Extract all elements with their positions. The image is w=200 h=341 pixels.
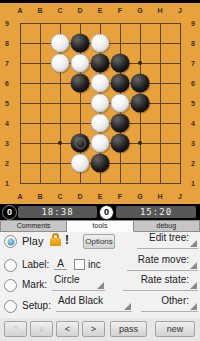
tree-up-button[interactable]: ^ xyxy=(4,321,27,337)
edit-tree-label: Edit tree: xyxy=(149,232,189,243)
board-coordinate-label: F xyxy=(118,7,122,14)
label-text-field[interactable]: A xyxy=(54,258,67,270)
white-stone-E6 xyxy=(91,74,110,93)
board-coordinate-label: 8 xyxy=(191,40,195,47)
board-coordinate-label: F xyxy=(118,193,122,200)
board-coordinate-label: G xyxy=(137,7,142,14)
lock-body xyxy=(50,238,61,246)
board-coordinate-label: 2 xyxy=(5,160,9,167)
rate-state-label: Rate state: xyxy=(141,274,189,285)
board-coordinate-label: H xyxy=(157,193,162,200)
black-stone-D6 xyxy=(71,74,90,93)
black-stone-E2 xyxy=(91,154,110,173)
board-coordinate-label: D xyxy=(77,193,82,200)
white-stone-C8 xyxy=(51,34,70,53)
label-radio[interactable] xyxy=(4,259,17,272)
navigation-button-bar: ^ v < > pass new xyxy=(0,318,200,341)
board-coordinate-label: 4 xyxy=(191,120,195,127)
play-label: Play xyxy=(22,235,43,247)
board-coordinate-label: B xyxy=(37,7,42,14)
black-captures-badge: 0 xyxy=(2,205,17,220)
go-board[interactable]: AABBCCDDEEFFGGHHJJ998877665544332211 xyxy=(0,3,200,204)
black-stone-G6 xyxy=(131,74,150,93)
spinner-triangle-icon xyxy=(190,262,197,269)
board-coordinate-label: 6 xyxy=(191,80,195,87)
spinner-triangle-icon xyxy=(190,303,197,310)
board-coordinate-label: E xyxy=(98,193,103,200)
last-move-marker xyxy=(75,138,86,149)
hoshi-point xyxy=(58,141,62,145)
board-coordinate-label: A xyxy=(17,193,22,200)
other-label: Other: xyxy=(161,295,189,306)
prev-move-button[interactable]: < xyxy=(56,321,79,337)
rate-move-label: Rate move: xyxy=(138,254,189,265)
tab-tools[interactable]: tools xyxy=(67,220,133,232)
board-coordinate-label: E xyxy=(98,7,103,14)
board-coordinate-label: 9 xyxy=(5,20,9,27)
hoshi-point xyxy=(138,61,142,65)
edit-tree-spinner[interactable]: Edit tree: xyxy=(137,232,198,249)
grid-line xyxy=(180,23,181,184)
board-coordinate-label: G xyxy=(137,193,142,200)
rate-state-spinner[interactable]: Rate state: xyxy=(123,274,198,291)
board-coordinate-label: C xyxy=(57,7,62,14)
board-coordinate-label: 1 xyxy=(5,180,9,187)
white-clock: 15:20 xyxy=(116,206,196,218)
other-spinner[interactable]: Other: xyxy=(141,295,198,312)
board-coordinate-label: J xyxy=(178,193,182,200)
mark-value-spinner[interactable]: Circle xyxy=(52,274,105,291)
white-stone-E5 xyxy=(91,94,110,113)
white-captures-badge: 0 xyxy=(99,205,114,220)
app-screen: AABBCCDDEEFFGGHHJJ998877665544332211 0 1… xyxy=(0,0,200,341)
black-stone-G5 xyxy=(131,94,150,113)
spinner-triangle-icon xyxy=(190,240,197,247)
inc-label: inc xyxy=(88,259,101,270)
board-coordinate-label: 5 xyxy=(5,100,9,107)
white-stone-C7 xyxy=(51,54,70,73)
new-game-button[interactable]: new xyxy=(155,321,195,337)
board-coordinate-label: 3 xyxy=(191,140,195,147)
board-coordinate-label: H xyxy=(157,7,162,14)
black-stone-F3 xyxy=(111,134,130,153)
alert-exclamation: ! xyxy=(65,233,69,247)
white-stone-E8 xyxy=(91,34,110,53)
spinner-triangle-icon xyxy=(190,282,197,289)
board-coordinate-label: 5 xyxy=(191,100,195,107)
next-move-button[interactable]: > xyxy=(82,321,105,337)
tab-debug[interactable]: debug xyxy=(134,220,200,232)
grid-line xyxy=(20,183,181,184)
white-stone-D7 xyxy=(71,54,90,73)
grid-line xyxy=(160,23,161,184)
lock-icon xyxy=(50,233,61,247)
board-coordinate-label: J xyxy=(178,7,182,14)
board-area: AABBCCDDEEFFGGHHJJ998877665544332211 xyxy=(0,0,200,204)
setup-radio[interactable] xyxy=(4,300,17,313)
board-coordinate-label: A xyxy=(17,7,22,14)
board-coordinate-label: 7 xyxy=(191,60,195,67)
board-coordinate-label: B xyxy=(37,193,42,200)
pass-button[interactable]: pass xyxy=(110,321,147,337)
black-stone-F4 xyxy=(111,114,130,133)
board-coordinate-label: 1 xyxy=(191,180,195,187)
tree-down-button[interactable]: v xyxy=(30,321,53,337)
clock-bar: 0 18:38 0 15:20 xyxy=(0,204,200,220)
black-stone-F6 xyxy=(111,74,130,93)
play-radio[interactable] xyxy=(4,235,17,248)
rate-move-spinner[interactable]: Rate move: xyxy=(127,254,198,271)
setup-value: Add Black xyxy=(58,295,103,306)
label-label: Label: xyxy=(22,259,49,270)
setup-value-spinner[interactable]: Add Black xyxy=(56,295,132,312)
setup-label: Setup: xyxy=(22,300,51,311)
board-coordinate-label: 4 xyxy=(5,120,9,127)
mark-radio[interactable] xyxy=(4,279,17,292)
black-stone-D8 xyxy=(71,34,90,53)
options-button[interactable]: Options xyxy=(83,234,115,249)
white-stone-E4 xyxy=(91,114,110,133)
board-coordinate-label: 8 xyxy=(5,40,9,47)
board-coordinate-label: 7 xyxy=(5,60,9,67)
white-stone-D2 xyxy=(71,154,90,173)
board-coordinate-label: 6 xyxy=(5,80,9,87)
board-coordinate-label: C xyxy=(57,193,62,200)
mark-label: Mark: xyxy=(22,279,47,290)
mark-value: Circle xyxy=(54,274,80,285)
radio-dot xyxy=(7,238,14,245)
black-stone-E7 xyxy=(91,54,110,73)
white-stone-E3 xyxy=(91,134,110,153)
inc-checkbox[interactable] xyxy=(74,259,85,270)
tab-comments[interactable]: Comments xyxy=(0,220,67,232)
black-stone-F7 xyxy=(111,54,130,73)
hoshi-point xyxy=(138,141,142,145)
spinner-triangle-icon xyxy=(124,303,131,310)
white-stone-F5 xyxy=(111,94,130,113)
board-coordinate-label: 3 xyxy=(5,140,9,147)
black-stone-D3 xyxy=(71,134,90,153)
tab-bar: Comments tools debug xyxy=(0,220,200,232)
black-clock: 18:38 xyxy=(18,206,97,218)
board-coordinate-label: D xyxy=(77,7,82,14)
board-coordinate-label: 2 xyxy=(191,160,195,167)
spinner-triangle-icon xyxy=(97,282,104,289)
board-coordinate-label: 9 xyxy=(191,20,195,27)
